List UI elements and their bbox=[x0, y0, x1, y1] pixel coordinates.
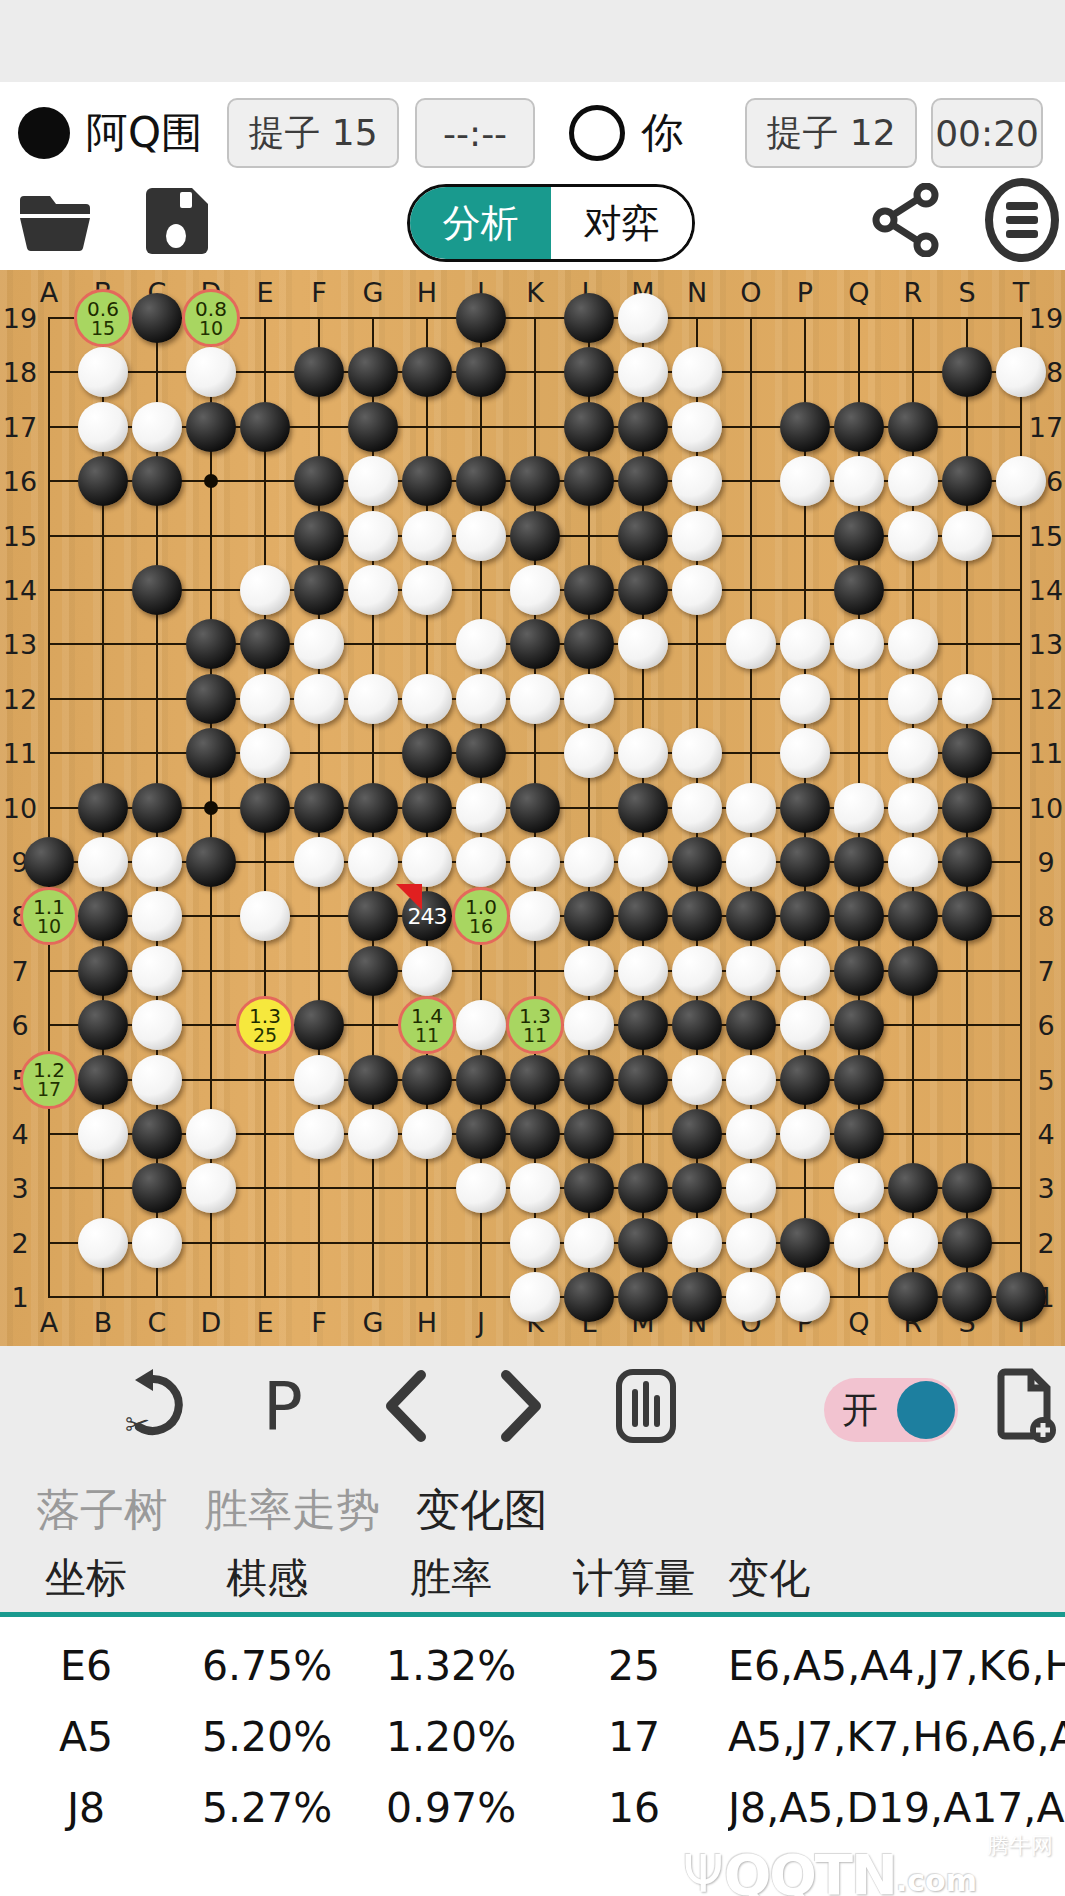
undo-button[interactable]: ✂ bbox=[123, 1369, 197, 1443]
white-stone[interactable] bbox=[942, 674, 992, 724]
white-stone[interactable] bbox=[402, 946, 452, 996]
black-stone[interactable] bbox=[402, 347, 452, 397]
white-stone[interactable] bbox=[726, 1163, 776, 1213]
black-stone[interactable] bbox=[780, 1218, 830, 1268]
black-stone[interactable] bbox=[834, 946, 884, 996]
black-stone[interactable] bbox=[942, 1163, 992, 1213]
analysis-overlay-J8[interactable]: 1.016 bbox=[452, 887, 510, 945]
white-stone[interactable] bbox=[672, 565, 722, 615]
white-stone[interactable] bbox=[348, 565, 398, 615]
black-stone[interactable] bbox=[456, 728, 506, 778]
white-stone[interactable] bbox=[510, 1163, 560, 1213]
analysis-tab-胜率走势[interactable]: 胜率走势 bbox=[204, 1481, 380, 1540]
black-stone[interactable]: 243 bbox=[402, 891, 452, 941]
last-move-marker bbox=[396, 884, 422, 910]
coord-number-right: 8 bbox=[1037, 901, 1054, 932]
white-stone[interactable] bbox=[726, 1218, 776, 1268]
black-stone[interactable] bbox=[618, 1272, 668, 1322]
black-stone[interactable] bbox=[240, 402, 290, 452]
white-stone[interactable] bbox=[348, 456, 398, 506]
white-stone[interactable] bbox=[834, 1218, 884, 1268]
black-clock-badge: --:-- bbox=[415, 98, 535, 168]
black-stone[interactable] bbox=[564, 891, 614, 941]
white-stone[interactable] bbox=[618, 347, 668, 397]
coord-letter-bottom: Q bbox=[848, 1307, 869, 1338]
white-stone[interactable] bbox=[888, 783, 938, 833]
black-stone[interactable] bbox=[348, 783, 398, 833]
chart-button[interactable] bbox=[615, 1368, 677, 1444]
white-stone[interactable] bbox=[456, 1000, 506, 1050]
coord-number-left: 19 bbox=[3, 303, 37, 334]
bar-chart-icon bbox=[615, 1368, 677, 1444]
black-stone[interactable] bbox=[348, 1055, 398, 1105]
black-stone[interactable] bbox=[294, 347, 344, 397]
white-stone[interactable] bbox=[348, 674, 398, 724]
black-stone[interactable] bbox=[780, 1055, 830, 1105]
col-header: 坐标 bbox=[0, 1551, 172, 1606]
cell: E6,A5,A4,J7,K6,H bbox=[728, 1642, 1065, 1690]
coord-number-left: 17 bbox=[3, 411, 37, 442]
watermark-tld: .com bbox=[896, 1863, 977, 1896]
black-stone[interactable] bbox=[834, 891, 884, 941]
white-stone[interactable] bbox=[942, 511, 992, 561]
black-stone[interactable] bbox=[510, 456, 560, 506]
white-stone[interactable] bbox=[834, 783, 884, 833]
white-stone[interactable] bbox=[618, 837, 668, 887]
black-stone[interactable] bbox=[348, 946, 398, 996]
white-stone[interactable] bbox=[132, 402, 182, 452]
black-stone[interactable] bbox=[888, 1163, 938, 1213]
white-stone[interactable] bbox=[510, 837, 560, 887]
cell: J8 bbox=[0, 1784, 172, 1832]
coord-letter-bottom: E bbox=[256, 1307, 273, 1338]
white-stone[interactable] bbox=[402, 674, 452, 724]
black-stone[interactable] bbox=[780, 783, 830, 833]
white-stone[interactable] bbox=[726, 619, 776, 669]
coord-number-right: 7 bbox=[1037, 955, 1054, 986]
black-stone[interactable] bbox=[888, 1272, 938, 1322]
white-stone[interactable] bbox=[780, 674, 830, 724]
white-stone[interactable] bbox=[510, 565, 560, 615]
black-stone[interactable] bbox=[672, 1272, 722, 1322]
black-stone[interactable] bbox=[618, 1163, 668, 1213]
black-stone[interactable] bbox=[618, 783, 668, 833]
open-file-button[interactable] bbox=[18, 186, 94, 254]
white-stone[interactable] bbox=[726, 1055, 776, 1105]
white-stone[interactable] bbox=[672, 783, 722, 833]
coord-number-right: 9 bbox=[1037, 847, 1054, 878]
black-stone[interactable] bbox=[294, 511, 344, 561]
white-stone[interactable] bbox=[132, 1055, 182, 1105]
black-stone[interactable] bbox=[726, 1000, 776, 1050]
menu-button[interactable] bbox=[982, 178, 1062, 262]
black-stone[interactable] bbox=[402, 456, 452, 506]
coord-letter-top: E bbox=[256, 277, 273, 308]
black-stone[interactable] bbox=[834, 1055, 884, 1105]
white-stone[interactable] bbox=[618, 293, 668, 343]
white-stone[interactable] bbox=[132, 1218, 182, 1268]
black-stone[interactable] bbox=[942, 1272, 992, 1322]
analysis-overlay-A5[interactable]: 1.217 bbox=[20, 1051, 78, 1109]
white-stone[interactable] bbox=[726, 946, 776, 996]
white-stone[interactable] bbox=[186, 1163, 236, 1213]
white-stone[interactable] bbox=[780, 619, 830, 669]
black-stone[interactable] bbox=[618, 1000, 668, 1050]
black-stone[interactable] bbox=[402, 1055, 452, 1105]
analysis-tab-落子树[interactable]: 落子树 bbox=[36, 1481, 168, 1540]
black-stone[interactable] bbox=[564, 1055, 614, 1105]
coord-number-left: 15 bbox=[3, 520, 37, 551]
black-stone[interactable] bbox=[564, 1272, 614, 1322]
black-stone[interactable] bbox=[996, 1272, 1046, 1322]
prev-move-button[interactable] bbox=[383, 1369, 427, 1443]
white-stone[interactable] bbox=[888, 674, 938, 724]
black-stone[interactable] bbox=[510, 1055, 560, 1105]
white-stone[interactable] bbox=[672, 456, 722, 506]
black-stone[interactable] bbox=[726, 891, 776, 941]
white-stone[interactable] bbox=[186, 1109, 236, 1159]
white-stone[interactable] bbox=[672, 1055, 722, 1105]
black-stone[interactable] bbox=[618, 565, 668, 615]
black-stone[interactable] bbox=[348, 347, 398, 397]
black-stone[interactable] bbox=[348, 891, 398, 941]
cell: 17 bbox=[540, 1713, 728, 1761]
black-stone[interactable] bbox=[942, 891, 992, 941]
white-stone[interactable] bbox=[240, 891, 290, 941]
black-stone[interactable] bbox=[564, 1163, 614, 1213]
black-stone[interactable] bbox=[510, 783, 560, 833]
white-stone[interactable] bbox=[456, 1163, 506, 1213]
variation-row-E6[interactable]: E66.75%1.32%25E6,A5,A4,J7,K6,H bbox=[0, 1630, 1065, 1701]
white-stone[interactable] bbox=[672, 1218, 722, 1268]
white-player-name: 你 bbox=[641, 105, 683, 161]
black-stone[interactable] bbox=[186, 728, 236, 778]
go-app: 阿Q围 提子 15 --:-- 你 提子 12 00:20 bbox=[0, 0, 1065, 1896]
white-stone[interactable] bbox=[348, 511, 398, 561]
black-stone[interactable] bbox=[834, 402, 884, 452]
white-stone[interactable] bbox=[726, 783, 776, 833]
analysis-overlay-H6[interactable]: 1.411 bbox=[398, 996, 456, 1054]
watermark-site: QQTN bbox=[724, 1853, 896, 1896]
tab-analyze[interactable]: 分析 bbox=[410, 187, 551, 259]
white-stone[interactable] bbox=[996, 456, 1046, 506]
cell: 25 bbox=[540, 1642, 728, 1690]
white-stone[interactable] bbox=[780, 456, 830, 506]
white-stone[interactable] bbox=[132, 1000, 182, 1050]
white-stone[interactable] bbox=[294, 619, 344, 669]
white-stone[interactable] bbox=[402, 565, 452, 615]
black-stone[interactable] bbox=[78, 1055, 128, 1105]
white-stone[interactable] bbox=[888, 456, 938, 506]
black-stone[interactable] bbox=[186, 402, 236, 452]
cell: E6 bbox=[0, 1642, 172, 1690]
coord-letter-bottom: D bbox=[201, 1307, 222, 1338]
black-stone[interactable] bbox=[78, 946, 128, 996]
white-stone[interactable] bbox=[294, 674, 344, 724]
black-stone[interactable] bbox=[888, 946, 938, 996]
white-stone[interactable] bbox=[456, 619, 506, 669]
white-stone[interactable] bbox=[240, 674, 290, 724]
black-stone[interactable] bbox=[834, 1109, 884, 1159]
go-board[interactable]: AA1919BB1818CC1717DD1616EE1515FF1414GG13… bbox=[0, 270, 1065, 1346]
coord-letter-bottom: G bbox=[363, 1307, 384, 1338]
toolbar: 分析 对弈 bbox=[0, 178, 1065, 262]
black-stone[interactable] bbox=[618, 1055, 668, 1105]
white-stone[interactable] bbox=[888, 837, 938, 887]
black-stone[interactable] bbox=[780, 402, 830, 452]
black-stone[interactable] bbox=[888, 891, 938, 941]
coord-number-left: 3 bbox=[11, 1173, 28, 1204]
white-stone[interactable] bbox=[780, 728, 830, 778]
white-stone[interactable] bbox=[780, 1000, 830, 1050]
white-stone[interactable] bbox=[132, 837, 182, 887]
black-stone[interactable] bbox=[132, 565, 182, 615]
cell: 1.32% bbox=[362, 1642, 540, 1690]
black-stone[interactable] bbox=[78, 783, 128, 833]
black-stone[interactable] bbox=[672, 891, 722, 941]
black-stone[interactable] bbox=[618, 402, 668, 452]
black-stone[interactable] bbox=[834, 837, 884, 887]
white-captures-badge: 提子 12 bbox=[745, 98, 917, 168]
white-stone[interactable] bbox=[78, 1109, 128, 1159]
analysis-overlay-B19[interactable]: 0.615 bbox=[74, 289, 132, 347]
white-stone[interactable] bbox=[402, 837, 452, 887]
white-stone[interactable] bbox=[510, 674, 560, 724]
white-stone[interactable] bbox=[510, 1218, 560, 1268]
white-stone[interactable] bbox=[780, 1272, 830, 1322]
white-stone[interactable] bbox=[240, 728, 290, 778]
black-stone[interactable] bbox=[942, 347, 992, 397]
white-stone[interactable] bbox=[672, 728, 722, 778]
analysis-overlay-D19[interactable]: 0.810 bbox=[182, 289, 240, 347]
black-stone[interactable] bbox=[672, 837, 722, 887]
black-stone[interactable] bbox=[24, 837, 74, 887]
white-stone[interactable] bbox=[564, 1218, 614, 1268]
white-stone[interactable] bbox=[888, 511, 938, 561]
coord-number-left: 13 bbox=[3, 629, 37, 660]
black-stone[interactable] bbox=[78, 456, 128, 506]
white-stone[interactable] bbox=[564, 674, 614, 724]
black-stone[interactable] bbox=[888, 402, 938, 452]
coord-letter-bottom: F bbox=[311, 1307, 327, 1338]
black-stone[interactable] bbox=[294, 565, 344, 615]
coord-number-right: 5 bbox=[1037, 1064, 1054, 1095]
black-stone[interactable] bbox=[456, 1055, 506, 1105]
star-point bbox=[204, 801, 218, 815]
black-stone[interactable] bbox=[456, 347, 506, 397]
black-stone[interactable] bbox=[672, 1163, 722, 1213]
black-stone[interactable] bbox=[348, 402, 398, 452]
header: 阿Q围 提子 15 --:-- 你 提子 12 00:20 bbox=[0, 82, 1065, 270]
white-stone[interactable] bbox=[348, 837, 398, 887]
black-stone[interactable] bbox=[456, 456, 506, 506]
black-stone[interactable] bbox=[240, 783, 290, 833]
black-stone[interactable] bbox=[294, 783, 344, 833]
cell: 0.97% bbox=[362, 1784, 540, 1832]
white-stone[interactable] bbox=[672, 946, 722, 996]
black-stone[interactable] bbox=[564, 347, 614, 397]
white-stone[interactable] bbox=[564, 946, 614, 996]
black-stone[interactable] bbox=[672, 1109, 722, 1159]
coord-letter-top: S bbox=[958, 277, 975, 308]
white-stone[interactable] bbox=[456, 837, 506, 887]
black-stone[interactable] bbox=[510, 511, 560, 561]
white-stone[interactable] bbox=[564, 728, 614, 778]
black-stone[interactable] bbox=[402, 728, 452, 778]
white-stone[interactable] bbox=[510, 891, 560, 941]
black-stone[interactable] bbox=[240, 619, 290, 669]
black-stone[interactable] bbox=[834, 511, 884, 561]
black-stone[interactable] bbox=[132, 293, 182, 343]
white-stone[interactable] bbox=[672, 347, 722, 397]
black-stone[interactable] bbox=[564, 456, 614, 506]
col-header: 棋感 bbox=[172, 1551, 362, 1606]
next-move-button[interactable] bbox=[500, 1369, 544, 1443]
white-stone[interactable] bbox=[294, 1055, 344, 1105]
white-stone[interactable] bbox=[996, 347, 1046, 397]
white-stone[interactable] bbox=[240, 565, 290, 615]
coord-letter-bottom: B bbox=[94, 1307, 113, 1338]
white-stone[interactable] bbox=[726, 837, 776, 887]
white-stone[interactable] bbox=[186, 347, 236, 397]
black-stone[interactable] bbox=[78, 891, 128, 941]
cell: 6.75% bbox=[172, 1642, 362, 1690]
white-stone[interactable] bbox=[672, 511, 722, 561]
analysis-overlay-K6[interactable]: 1.311 bbox=[506, 996, 564, 1054]
black-stone[interactable] bbox=[942, 1218, 992, 1268]
coord-letter-top: N bbox=[687, 277, 707, 308]
white-stone[interactable] bbox=[78, 837, 128, 887]
black-stone[interactable] bbox=[618, 511, 668, 561]
cell: 1.20% bbox=[362, 1713, 540, 1761]
white-stone[interactable] bbox=[672, 402, 722, 452]
analysis-overlay-E6[interactable]: 1.325 bbox=[236, 996, 294, 1054]
white-stone[interactable] bbox=[726, 1272, 776, 1322]
white-stone[interactable] bbox=[294, 837, 344, 887]
black-stone[interactable] bbox=[564, 619, 614, 669]
coord-letter-top: A bbox=[40, 277, 58, 308]
watermark-badge: 腾牛网 bbox=[981, 1828, 1059, 1864]
white-stone[interactable] bbox=[888, 728, 938, 778]
black-stone[interactable] bbox=[834, 1000, 884, 1050]
white-stone[interactable] bbox=[780, 1109, 830, 1159]
black-stone[interactable] bbox=[132, 1109, 182, 1159]
black-stone[interactable] bbox=[186, 674, 236, 724]
white-stone-icon bbox=[569, 105, 625, 161]
white-stone[interactable] bbox=[834, 456, 884, 506]
new-file-button[interactable] bbox=[997, 1368, 1057, 1444]
coord-number-left: 2 bbox=[11, 1227, 28, 1258]
black-stone[interactable] bbox=[942, 728, 992, 778]
black-stone[interactable] bbox=[672, 1000, 722, 1050]
black-stone[interactable] bbox=[618, 1218, 668, 1268]
save-button[interactable] bbox=[146, 186, 210, 254]
black-stone[interactable] bbox=[510, 619, 560, 669]
coord-number-right: 2 bbox=[1037, 1227, 1054, 1258]
white-stone[interactable] bbox=[726, 1109, 776, 1159]
coord-number-right: 12 bbox=[1029, 683, 1063, 714]
black-stone[interactable] bbox=[78, 1000, 128, 1050]
black-stone[interactable] bbox=[564, 1109, 614, 1159]
white-stone[interactable] bbox=[834, 619, 884, 669]
tab-play[interactable]: 对弈 bbox=[551, 187, 692, 259]
black-stone[interactable] bbox=[564, 402, 614, 452]
white-stone[interactable] bbox=[456, 674, 506, 724]
coord-letter-top: G bbox=[363, 277, 384, 308]
pass-button[interactable]: P bbox=[263, 1368, 303, 1445]
black-stone[interactable] bbox=[942, 837, 992, 887]
black-stone[interactable] bbox=[132, 783, 182, 833]
white-stone[interactable] bbox=[348, 1109, 398, 1159]
share-button[interactable] bbox=[872, 183, 942, 257]
black-stone[interactable] bbox=[834, 565, 884, 615]
status-strip bbox=[0, 0, 1065, 82]
share-icon bbox=[872, 183, 942, 257]
white-stone[interactable] bbox=[402, 1109, 452, 1159]
black-stone[interactable] bbox=[618, 456, 668, 506]
black-stone[interactable] bbox=[780, 891, 830, 941]
white-stone[interactable] bbox=[618, 728, 668, 778]
analysis-tab-变化图[interactable]: 变化图 bbox=[416, 1481, 548, 1540]
black-stone[interactable] bbox=[942, 783, 992, 833]
white-stone[interactable] bbox=[294, 1109, 344, 1159]
white-stone[interactable] bbox=[456, 783, 506, 833]
white-stone[interactable] bbox=[888, 619, 938, 669]
coord-number-right: 3 bbox=[1037, 1173, 1054, 1204]
black-stone[interactable] bbox=[456, 1109, 506, 1159]
black-stone[interactable] bbox=[564, 565, 614, 615]
black-stone[interactable] bbox=[618, 891, 668, 941]
white-stone[interactable] bbox=[780, 946, 830, 996]
black-stone[interactable] bbox=[294, 1000, 344, 1050]
black-stone[interactable] bbox=[564, 293, 614, 343]
white-stone[interactable] bbox=[78, 402, 128, 452]
white-stone[interactable] bbox=[456, 511, 506, 561]
white-stone[interactable] bbox=[618, 946, 668, 996]
floppy-disk-icon bbox=[146, 186, 210, 254]
white-stone[interactable] bbox=[510, 1272, 560, 1322]
coord-letter-top: K bbox=[526, 277, 544, 308]
black-stone[interactable] bbox=[456, 293, 506, 343]
black-stone[interactable] bbox=[294, 456, 344, 506]
white-stone[interactable] bbox=[402, 511, 452, 561]
watermark-logo-icon: Ψ bbox=[683, 1851, 724, 1896]
white-stone[interactable] bbox=[564, 837, 614, 887]
black-stone[interactable] bbox=[402, 783, 452, 833]
variation-row-A5[interactable]: A55.20%1.20%17A5,J7,K7,H6,A6,A bbox=[0, 1701, 1065, 1772]
black-stone[interactable] bbox=[132, 456, 182, 506]
coord-number-left: 1 bbox=[11, 1282, 28, 1313]
white-stone[interactable] bbox=[564, 1000, 614, 1050]
black-stone[interactable] bbox=[186, 837, 236, 887]
white-stone[interactable] bbox=[834, 1163, 884, 1213]
black-stone[interactable] bbox=[132, 1163, 182, 1213]
analysis-overlay-A8[interactable]: 1.110 bbox=[20, 887, 78, 945]
white-stone[interactable] bbox=[78, 1218, 128, 1268]
undo-scissors-icon: ✂ bbox=[123, 1369, 197, 1443]
black-stone[interactable] bbox=[780, 837, 830, 887]
coord-number-left: 12 bbox=[3, 683, 37, 714]
black-stone[interactable] bbox=[942, 456, 992, 506]
white-stone[interactable] bbox=[132, 891, 182, 941]
white-stone[interactable] bbox=[888, 1218, 938, 1268]
white-stone[interactable] bbox=[132, 946, 182, 996]
white-stone[interactable] bbox=[618, 619, 668, 669]
white-stone[interactable] bbox=[78, 347, 128, 397]
analysis-toggle[interactable]: 开 bbox=[824, 1378, 958, 1442]
black-stone[interactable] bbox=[186, 619, 236, 669]
black-stone[interactable] bbox=[510, 1109, 560, 1159]
